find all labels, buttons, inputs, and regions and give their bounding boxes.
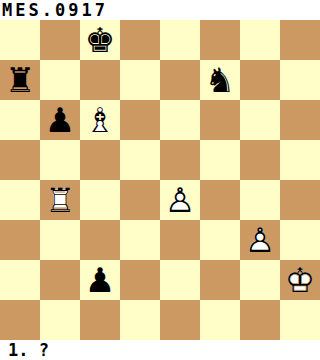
square-c8[interactable]: ♚ [80,20,120,60]
square-c4[interactable] [80,180,120,220]
square-a2[interactable] [0,260,40,300]
square-a4[interactable] [0,180,40,220]
square-d7[interactable] [120,60,160,100]
square-e2[interactable] [160,260,200,300]
chess-puzzle-window: MES.0917 ♚♜♞♟♝♗♜♖♟♙♟♙♟♚♔ 1. ? [0,0,320,360]
black-pawn: ♟ [40,100,80,140]
square-c3[interactable] [80,220,120,260]
white-pawn-fill: ♟ [160,180,200,220]
white-rook-fill: ♜ [40,180,80,220]
diagram-title: MES.0917 [0,0,320,20]
square-h8[interactable] [280,20,320,60]
square-f5[interactable] [200,140,240,180]
square-a8[interactable] [0,20,40,60]
square-h7[interactable] [280,60,320,100]
square-g3[interactable]: ♟♙ [240,220,280,260]
square-e8[interactable] [160,20,200,60]
black-rook: ♜ [0,60,40,100]
white-king: ♔ [280,260,320,300]
square-h3[interactable] [280,220,320,260]
square-f4[interactable] [200,180,240,220]
square-e3[interactable] [160,220,200,260]
square-b5[interactable] [40,140,80,180]
square-g6[interactable] [240,100,280,140]
square-f6[interactable] [200,100,240,140]
black-knight: ♞ [200,60,240,100]
square-b6[interactable]: ♟ [40,100,80,140]
square-f2[interactable] [200,260,240,300]
square-g5[interactable] [240,140,280,180]
square-e1[interactable] [160,300,200,340]
square-f7[interactable]: ♞ [200,60,240,100]
square-f3[interactable] [200,220,240,260]
square-d2[interactable] [120,260,160,300]
square-h2[interactable]: ♚♔ [280,260,320,300]
square-g4[interactable] [240,180,280,220]
square-b8[interactable] [40,20,80,60]
square-d4[interactable] [120,180,160,220]
square-g2[interactable] [240,260,280,300]
square-b1[interactable] [40,300,80,340]
square-c6[interactable]: ♝♗ [80,100,120,140]
square-h6[interactable] [280,100,320,140]
square-a5[interactable] [0,140,40,180]
square-d3[interactable] [120,220,160,260]
white-bishop-fill: ♝ [80,100,120,140]
square-f8[interactable] [200,20,240,60]
square-h1[interactable] [280,300,320,340]
square-c1[interactable] [80,300,120,340]
square-a1[interactable] [0,300,40,340]
square-d1[interactable] [120,300,160,340]
white-rook: ♖ [40,180,80,220]
white-bishop: ♗ [80,100,120,140]
square-e5[interactable] [160,140,200,180]
black-king: ♚ [80,20,120,60]
square-e4[interactable]: ♟♙ [160,180,200,220]
square-e7[interactable] [160,60,200,100]
square-d6[interactable] [120,100,160,140]
square-b4[interactable]: ♜♖ [40,180,80,220]
white-pawn: ♙ [160,180,200,220]
square-b2[interactable] [40,260,80,300]
square-d8[interactable] [120,20,160,60]
square-c5[interactable] [80,140,120,180]
white-pawn-fill: ♟ [240,220,280,260]
square-e6[interactable] [160,100,200,140]
chess-board: ♚♜♞♟♝♗♜♖♟♙♟♙♟♚♔ [0,20,320,340]
square-b3[interactable] [40,220,80,260]
square-a7[interactable]: ♜ [0,60,40,100]
white-king-fill: ♚ [280,260,320,300]
square-c2[interactable]: ♟ [80,260,120,300]
square-b7[interactable] [40,60,80,100]
square-a6[interactable] [0,100,40,140]
black-pawn: ♟ [80,260,120,300]
square-h4[interactable] [280,180,320,220]
square-g7[interactable] [240,60,280,100]
square-a3[interactable] [0,220,40,260]
square-d5[interactable] [120,140,160,180]
square-h5[interactable] [280,140,320,180]
square-f1[interactable] [200,300,240,340]
square-c7[interactable] [80,60,120,100]
square-g1[interactable] [240,300,280,340]
move-prompt: 1. ? [0,340,320,360]
square-g8[interactable] [240,20,280,60]
white-pawn: ♙ [240,220,280,260]
